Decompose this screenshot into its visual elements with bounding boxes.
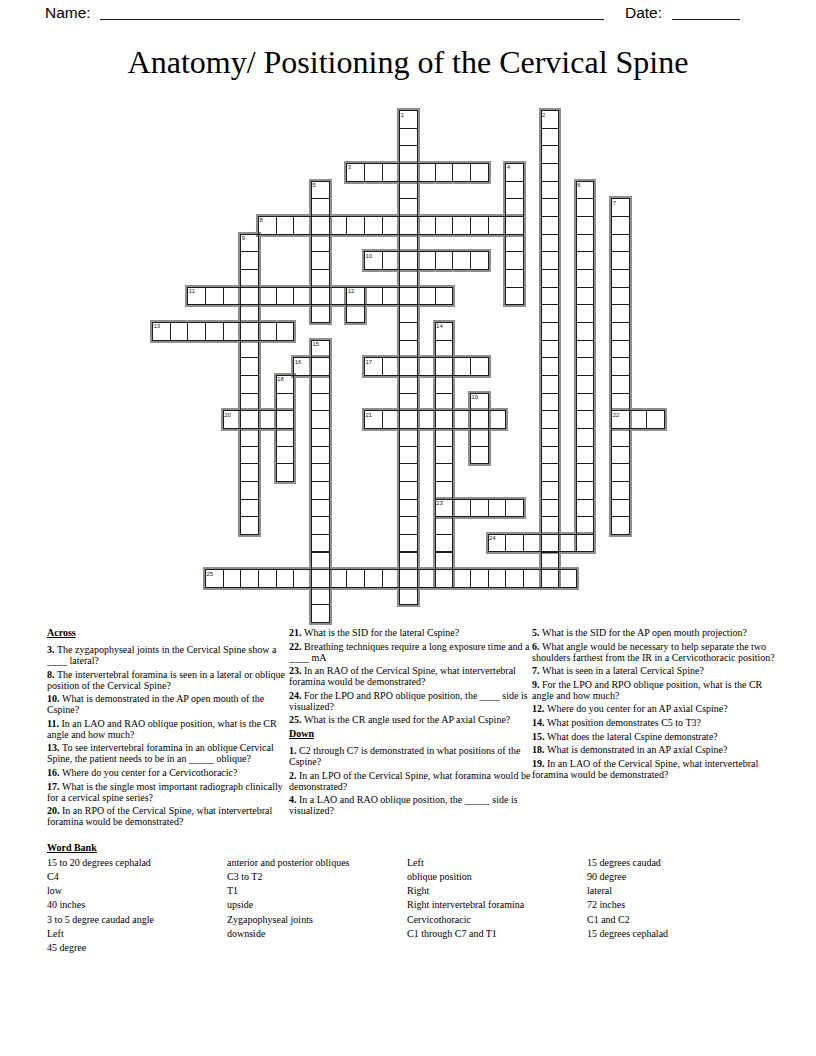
grid-cell-r26-c8[interactable]	[293, 569, 312, 588]
word-bank-item: 45 degree	[47, 942, 225, 956]
grid-cell-r10-c3[interactable]	[205, 287, 224, 306]
grid-cell-r9-c24[interactable]	[576, 269, 595, 288]
word-bank-item: low	[47, 885, 225, 899]
grid-cell-r17-c16[interactable]	[435, 410, 454, 429]
grid-cell-r3-c17[interactable]	[452, 163, 471, 182]
grid-cell-r8-c9[interactable]	[311, 251, 330, 270]
grid-cell-r19-c14[interactable]	[399, 446, 418, 465]
clue-number-3: 3	[348, 164, 351, 170]
grid-cell-r17-c24[interactable]	[576, 410, 595, 429]
clue-number-23: 23	[436, 500, 443, 506]
grid-cell-r8-c16[interactable]	[435, 251, 454, 270]
grid-cell-r20-c7[interactable]	[276, 463, 295, 482]
grid-cell-r10-c8[interactable]	[293, 287, 312, 306]
clue-across-11: 11. In an LAO and RAO oblique position, …	[47, 718, 285, 740]
grid-cell-r6-c8[interactable]	[293, 216, 312, 235]
clue-number-1: 1	[401, 112, 404, 118]
grid-cell-r14-c17[interactable]	[452, 357, 471, 376]
grid-cell-r26-c10[interactable]	[329, 569, 348, 588]
word-bank-item: downside	[227, 928, 405, 942]
grid-cell-r12-c22[interactable]	[541, 322, 560, 341]
grid-cell-r18-c9[interactable]	[311, 428, 330, 447]
clue-down-14: 14. What position demonstrates C5 to T3?	[532, 717, 784, 728]
grid-cell-r11-c9[interactable]	[311, 304, 330, 323]
word-bank-item: Right	[407, 885, 585, 899]
grid-cell-r26-c12[interactable]	[364, 569, 383, 588]
grid-cell-r22-c24[interactable]	[576, 499, 595, 518]
grid-cell-r26-c9[interactable]	[311, 569, 330, 588]
grid-cell-r14-c26[interactable]	[611, 357, 630, 376]
grid-cell-r17-c7[interactable]	[276, 410, 295, 429]
clue-number-8: 8	[259, 217, 262, 223]
grid-cell-r17-c9[interactable]	[311, 410, 330, 429]
clue-number-19: 19	[471, 394, 478, 400]
grid-cell-r15-c14[interactable]	[399, 375, 418, 394]
grid-cell-r19-c24[interactable]	[576, 446, 595, 465]
grid-cell-r27-c14[interactable]	[399, 587, 418, 606]
grid-cell-r14-c15[interactable]	[417, 357, 436, 376]
grid-cell-r14-c13[interactable]	[382, 357, 401, 376]
clue-down-1: 1. C2 through C7 is demonstrated in what…	[289, 745, 531, 767]
grid-cell-r23-c9[interactable]	[311, 516, 330, 535]
grid-cell-r2-c14[interactable]	[399, 145, 418, 164]
grid-cell-r20-c14[interactable]	[399, 463, 418, 482]
grid-cell-r22-c18[interactable]	[470, 499, 489, 518]
grid-cell-r9-c5[interactable]	[240, 269, 259, 288]
grid-cell-r11-c24[interactable]	[576, 304, 595, 323]
grid-cell-r12-c3[interactable]	[205, 322, 224, 341]
grid-cell-r9-c22[interactable]	[541, 269, 560, 288]
grid-cell-r9-c20[interactable]	[505, 269, 524, 288]
grid-cell-r22-c14[interactable]	[399, 499, 418, 518]
grid-cell-r22-c19[interactable]	[488, 499, 507, 518]
word-bank-item: Left	[407, 857, 585, 871]
date-blank-line[interactable]	[672, 6, 740, 20]
grid-cell-r20-c5[interactable]	[240, 463, 259, 482]
grid-cell-r17-c5[interactable]	[240, 410, 259, 429]
grid-cell-r10-c22[interactable]	[541, 287, 560, 306]
grid-cell-r8-c18[interactable]	[470, 251, 489, 270]
clue-across-20: 20. In an RPO of the Cervical Spine, wha…	[47, 805, 285, 827]
grid-cell-r26-c18[interactable]	[470, 569, 489, 588]
word-bank-item: 15 to 20 degrees cephalad	[47, 857, 225, 871]
grid-cell-r14-c16[interactable]	[435, 357, 454, 376]
grid-cell-r10-c24[interactable]	[576, 287, 595, 306]
grid-cell-r10-c20[interactable]	[505, 287, 524, 306]
clue-down-15: 15. What does the lateral Cspine demonst…	[532, 731, 784, 742]
grid-cell-r1-c14[interactable]	[399, 128, 418, 147]
word-bank-column-1: 15 to 20 degrees cephaladC4low40 inches3…	[47, 857, 225, 956]
grid-cell-r11-c22[interactable]	[541, 304, 560, 323]
grid-cell-r13-c22[interactable]	[541, 340, 560, 359]
grid-cell-r23-c26[interactable]	[611, 516, 630, 535]
grid-cell-r5-c9[interactable]	[311, 198, 330, 217]
grid-cell-r26-c19[interactable]	[488, 569, 507, 588]
grid-cell-r15-c22[interactable]	[541, 375, 560, 394]
grid-cell-r10-c5[interactable]	[240, 287, 259, 306]
grid-cell-r16-c16[interactable]	[435, 393, 454, 412]
clue-across-8: 8. The intervertebral foramina is seen i…	[47, 669, 285, 691]
grid-cell-r21-c14[interactable]	[399, 481, 418, 500]
grid-cell-r14-c24[interactable]	[576, 357, 595, 376]
word-bank-item: C1 and C2	[587, 914, 765, 928]
grid-cell-r8-c22[interactable]	[541, 251, 560, 270]
grid-cell-r10-c15[interactable]	[417, 287, 436, 306]
grid-cell-r14-c14[interactable]	[399, 357, 418, 376]
grid-cell-r24-c24[interactable]	[576, 534, 595, 553]
word-bank-item: Left	[47, 928, 225, 942]
clue-number-7: 7	[613, 200, 616, 206]
grid-cell-r17-c6[interactable]	[258, 410, 277, 429]
grid-cell-r15-c16[interactable]	[435, 375, 454, 394]
grid-cell-r6-c12[interactable]	[364, 216, 383, 235]
grid-cell-r16-c9[interactable]	[311, 393, 330, 412]
word-bank-item: 15 degrees caudad	[587, 857, 765, 871]
grid-cell-r16-c14[interactable]	[399, 393, 418, 412]
grid-cell-r17-c17[interactable]	[452, 410, 471, 429]
grid-cell-r21-c16[interactable]	[435, 481, 454, 500]
grid-cell-r18-c26[interactable]	[611, 428, 630, 447]
grid-cell-r22-c20[interactable]	[505, 499, 524, 518]
grid-cell-r16-c22[interactable]	[541, 393, 560, 412]
grid-cell-r10-c26[interactable]	[611, 287, 630, 306]
grid-cell-r26-c4[interactable]	[223, 569, 242, 588]
grid-cell-r24-c20[interactable]	[505, 534, 524, 553]
grid-cell-r8-c17[interactable]	[452, 251, 471, 270]
grid-cell-r17-c19[interactable]	[488, 410, 507, 429]
grid-cell-r8-c26[interactable]	[611, 251, 630, 270]
grid-cell-r10-c6[interactable]	[258, 287, 277, 306]
grid-cell-r10-c13[interactable]	[382, 287, 401, 306]
grid-cell-r12-c7[interactable]	[276, 322, 295, 341]
clue-number-2: 2	[542, 112, 545, 118]
grid-cell-r5-c20[interactable]	[505, 198, 524, 217]
grid-cell-r10-c7[interactable]	[276, 287, 295, 306]
grid-cell-r10-c9[interactable]	[311, 287, 330, 306]
grid-cell-r28-c9[interactable]	[311, 604, 330, 623]
clue-number-4: 4	[507, 164, 510, 170]
clue-across-21: 21. What is the SID for the lateral Cspi…	[289, 627, 531, 638]
grid-cell-r14-c5[interactable]	[240, 357, 259, 376]
grid-cell-r3-c16[interactable]	[435, 163, 454, 182]
grid-cell-r15-c9[interactable]	[311, 375, 330, 394]
grid-cell-r15-c26[interactable]	[611, 375, 630, 394]
grid-cell-r6-c16[interactable]	[435, 216, 454, 235]
grid-cell-r23-c5[interactable]	[240, 516, 259, 535]
grid-cell-r24-c22[interactable]	[541, 534, 560, 553]
grid-cell-r21-c9[interactable]	[311, 481, 330, 500]
grid-cell-r14-c9[interactable]	[311, 357, 330, 376]
clue-across-23: 23. In an RAO of the Cervical Spine, wha…	[289, 665, 531, 687]
grid-cell-r9-c14[interactable]	[399, 269, 418, 288]
grid-cell-r11-c14[interactable]	[399, 304, 418, 323]
clue-down-6: 6. What angle would be necessary to help…	[532, 641, 784, 663]
grid-cell-r3-c22[interactable]	[541, 163, 560, 182]
word-bank-column-3: Leftoblique positionRightRight intervert…	[407, 857, 585, 942]
grid-cell-r18-c7[interactable]	[276, 428, 295, 447]
grid-cell-r7-c26[interactable]	[611, 234, 630, 253]
grid-cell-r3-c18[interactable]	[470, 163, 489, 182]
grid-cell-r7-c24[interactable]	[576, 234, 595, 253]
grid-cell-r24-c16[interactable]	[435, 534, 454, 553]
clue-number-12: 12	[348, 288, 355, 294]
grid-cell-r25-c14[interactable]	[399, 552, 418, 571]
grid-cell-r24-c21[interactable]	[523, 534, 542, 553]
grid-cell-r9-c9[interactable]	[311, 269, 330, 288]
grid-cell-r16-c26[interactable]	[611, 393, 630, 412]
grid-cell-r17-c28[interactable]	[646, 410, 665, 429]
word-bank-item: 3 to 5 degree caudad angle	[47, 914, 225, 928]
grid-cell-r17-c15[interactable]	[417, 410, 436, 429]
grid-cell-r26-c16[interactable]	[435, 569, 454, 588]
grid-cell-r22-c9[interactable]	[311, 499, 330, 518]
word-bank-item: C1 through C7 and T1	[407, 928, 585, 942]
grid-cell-r17-c13[interactable]	[382, 410, 401, 429]
grid-cell-r10-c10[interactable]	[329, 287, 348, 306]
grid-cell-r6-c17[interactable]	[452, 216, 471, 235]
grid-cell-r11-c11[interactable]	[346, 304, 365, 323]
clue-down-4: 4. In a LAO and RAO oblique position, th…	[289, 794, 531, 816]
grid-cell-r6-c9[interactable]	[311, 216, 330, 235]
grid-cell-r12-c2[interactable]	[187, 322, 206, 341]
clue-number-5: 5	[312, 182, 315, 188]
grid-cell-r26-c13[interactable]	[382, 569, 401, 588]
grid-cell-r20-c16[interactable]	[435, 463, 454, 482]
grid-cell-r8-c14[interactable]	[399, 251, 418, 270]
grid-cell-r16-c24[interactable]	[576, 393, 595, 412]
grid-cell-r12-c1[interactable]	[170, 322, 189, 341]
grid-cell-r7-c14[interactable]	[399, 234, 418, 253]
word-bank-item: 40 inches	[47, 899, 225, 913]
grid-cell-r5-c24[interactable]	[576, 198, 595, 217]
clue-number-16: 16	[295, 359, 302, 365]
grid-cell-r12-c6[interactable]	[258, 322, 277, 341]
grid-cell-r23-c14[interactable]	[399, 516, 418, 535]
clues-column-down: 5. What is the SID for the AP open mouth…	[532, 627, 784, 782]
grid-cell-r3-c13[interactable]	[382, 163, 401, 182]
grid-cell-r20-c22[interactable]	[541, 463, 560, 482]
grid-cell-r6-c11[interactable]	[346, 216, 365, 235]
grid-cell-r18-c14[interactable]	[399, 428, 418, 447]
grid-cell-r19-c18[interactable]	[470, 446, 489, 465]
grid-cell-r6-c13[interactable]	[382, 216, 401, 235]
clue-down-5: 5. What is the SID for the AP open mouth…	[532, 627, 784, 638]
grid-cell-r21-c26[interactable]	[611, 481, 630, 500]
grid-cell-r18-c5[interactable]	[240, 428, 259, 447]
grid-cell-r21-c5[interactable]	[240, 481, 259, 500]
grid-cell-r22-c17[interactable]	[452, 499, 471, 518]
grid-cell-r8-c5[interactable]	[240, 251, 259, 270]
crossword-grid: 3810111316172021222324251245679121415181…	[152, 110, 668, 626]
grid-cell-r20-c24[interactable]	[576, 463, 595, 482]
grid-cell-r26-c14[interactable]	[399, 569, 418, 588]
clue-number-9: 9	[242, 235, 245, 241]
grid-cell-r4-c22[interactable]	[541, 181, 560, 200]
grid-cell-r7-c20[interactable]	[505, 234, 524, 253]
grid-cell-r6-c20[interactable]	[505, 216, 524, 235]
clue-number-10: 10	[365, 253, 372, 259]
grid-cell-r6-c15[interactable]	[417, 216, 436, 235]
clues-column-across: Across 3. The zygapophyseal joints in th…	[47, 627, 285, 830]
word-bank-item: 72 inches	[587, 899, 765, 913]
clue-across-24: 24. For the LPO and RPO oblique position…	[289, 690, 531, 712]
name-label: Name:	[45, 4, 91, 22]
grid-cell-r17-c14[interactable]	[399, 410, 418, 429]
grid-cell-r15-c5[interactable]	[240, 375, 259, 394]
grid-cell-r27-c9[interactable]	[311, 587, 330, 606]
grid-cell-r4-c20[interactable]	[505, 181, 524, 200]
grid-cell-r26-c7[interactable]	[276, 569, 295, 588]
grid-cell-r26-c20[interactable]	[505, 569, 524, 588]
grid-cell-r17-c27[interactable]	[629, 410, 648, 429]
grid-cell-r1-c22[interactable]	[541, 128, 560, 147]
grid-cell-r23-c24[interactable]	[576, 516, 595, 535]
grid-cell-r18-c22[interactable]	[541, 428, 560, 447]
name-blank-line[interactable]	[100, 6, 604, 20]
grid-cell-r6-c26[interactable]	[611, 216, 630, 235]
grid-cell-r12-c24[interactable]	[576, 322, 595, 341]
grid-cell-r19-c7[interactable]	[276, 446, 295, 465]
word-bank-item: C4	[47, 871, 225, 885]
grid-cell-r5-c22[interactable]	[541, 198, 560, 217]
grid-cell-r26-c11[interactable]	[346, 569, 365, 588]
grid-cell-r7-c9[interactable]	[311, 234, 330, 253]
grid-cell-r26-c6[interactable]	[258, 569, 277, 588]
grid-cell-r22-c26[interactable]	[611, 499, 630, 518]
grid-cell-r6-c24[interactable]	[576, 216, 595, 235]
grid-cell-r25-c16[interactable]	[435, 552, 454, 571]
grid-cell-r13-c24[interactable]	[576, 340, 595, 359]
grid-cell-r26-c22[interactable]	[541, 569, 560, 588]
grid-cell-r24-c23[interactable]	[558, 534, 577, 553]
grid-cell-r19-c9[interactable]	[311, 446, 330, 465]
grid-cell-r6-c7[interactable]	[276, 216, 295, 235]
clue-number-17: 17	[365, 359, 372, 365]
grid-cell-r6-c18[interactable]	[470, 216, 489, 235]
grid-cell-r13-c26[interactable]	[611, 340, 630, 359]
grid-cell-r6-c14[interactable]	[399, 216, 418, 235]
grid-cell-r20-c9[interactable]	[311, 463, 330, 482]
grid-cell-r26-c23[interactable]	[558, 569, 577, 588]
grid-cell-r5-c14[interactable]	[399, 198, 418, 217]
grid-cell-r14-c22[interactable]	[541, 357, 560, 376]
grid-cell-r25-c9[interactable]	[311, 552, 330, 571]
word-bank-item: 90 degree	[587, 871, 765, 885]
clue-number-24: 24	[489, 535, 496, 541]
grid-cell-r3-c15[interactable]	[417, 163, 436, 182]
word-bank-item: T1	[227, 885, 405, 899]
grid-cell-r2-c22[interactable]	[541, 145, 560, 164]
grid-cell-r18-c16[interactable]	[435, 428, 454, 447]
clue-number-22: 22	[613, 412, 620, 418]
grid-cell-r10-c14[interactable]	[399, 287, 418, 306]
grid-cell-r26-c21[interactable]	[523, 569, 542, 588]
grid-cell-r13-c16[interactable]	[435, 340, 454, 359]
grid-cell-r23-c16[interactable]	[435, 516, 454, 535]
grid-cell-r6-c22[interactable]	[541, 216, 560, 235]
word-bank-item: C3 to T2	[227, 871, 405, 885]
grid-cell-r6-c10[interactable]	[329, 216, 348, 235]
grid-cell-r26-c17[interactable]	[452, 569, 471, 588]
page-title: Anatomy/ Positioning of the Cervical Spi…	[0, 44, 816, 81]
clue-down-2: 2. In an LPO of the Cervical Spine, what…	[289, 770, 531, 792]
grid-cell-r12-c5[interactable]	[240, 322, 259, 341]
grid-cell-r19-c22[interactable]	[541, 446, 560, 465]
grid-cell-r15-c24[interactable]	[576, 375, 595, 394]
clue-number-21: 21	[365, 412, 372, 418]
grid-cell-r10-c4[interactable]	[223, 287, 242, 306]
grid-cell-r8-c13[interactable]	[382, 251, 401, 270]
grid-cell-r11-c26[interactable]	[611, 304, 630, 323]
clue-number-11: 11	[189, 288, 195, 294]
grid-cell-r8-c24[interactable]	[576, 251, 595, 270]
grid-cell-r18-c24[interactable]	[576, 428, 595, 447]
grid-cell-r9-c26[interactable]	[611, 269, 630, 288]
clue-across-13: 13. To see intervertebral foramina in an…	[47, 742, 285, 764]
grid-cell-r3-c14[interactable]	[399, 163, 418, 182]
grid-cell-r12-c14[interactable]	[399, 322, 418, 341]
grid-cell-r7-c22[interactable]	[541, 234, 560, 253]
grid-cell-r26-c15[interactable]	[417, 569, 436, 588]
grid-cell-r13-c5[interactable]	[240, 340, 259, 359]
grid-cell-r23-c22[interactable]	[541, 516, 560, 535]
grid-cell-r6-c19[interactable]	[488, 216, 507, 235]
grid-cell-r17-c22[interactable]	[541, 410, 560, 429]
word-bank-column-2: anterior and posterior obliquesC3 to T2T…	[227, 857, 405, 942]
grid-cell-r8-c20[interactable]	[505, 251, 524, 270]
grid-cell-r10-c16[interactable]	[435, 287, 454, 306]
grid-cell-r18-c18[interactable]	[470, 428, 489, 447]
grid-cell-r19-c16[interactable]	[435, 446, 454, 465]
crossword-worksheet-page: Name: Date: Anatomy/ Positioning of the …	[0, 0, 816, 1056]
word-bank-column-4: 15 degrees caudad90 degreelateral72 inch…	[587, 857, 765, 942]
grid-cell-r4-c14[interactable]	[399, 181, 418, 200]
grid-cell-r24-c14[interactable]	[399, 534, 418, 553]
clue-across-3: 3. The zygapophyseal joints in the Cervi…	[47, 644, 285, 666]
grid-cell-r11-c5[interactable]	[240, 304, 259, 323]
clue-across-17: 17. What is the single most important ra…	[47, 781, 285, 803]
grid-cell-r16-c7[interactable]	[276, 393, 295, 412]
grid-cell-r26-c5[interactable]	[240, 569, 259, 588]
clues-column-middle: 21. What is the SID for the lateral Cspi…	[289, 627, 531, 819]
word-bank-item: Cervicothoracic	[407, 914, 585, 928]
grid-cell-r22-c5[interactable]	[240, 499, 259, 518]
grid-cell-r21-c24[interactable]	[576, 481, 595, 500]
grid-cell-r12-c26[interactable]	[611, 322, 630, 341]
grid-cell-r21-c22[interactable]	[541, 481, 560, 500]
grid-cell-r14-c18[interactable]	[470, 357, 489, 376]
grid-cell-r25-c22[interactable]	[541, 552, 560, 571]
grid-cell-r16-c5[interactable]	[240, 393, 259, 412]
clue-across-16: 16. Where do you center for a Cervicotho…	[47, 767, 285, 778]
grid-cell-r3-c12[interactable]	[364, 163, 383, 182]
grid-cell-r20-c26[interactable]	[611, 463, 630, 482]
grid-cell-r8-c15[interactable]	[417, 251, 436, 270]
grid-cell-r19-c26[interactable]	[611, 446, 630, 465]
grid-cell-r22-c22[interactable]	[541, 499, 560, 518]
word-bank-item: anterior and posterior obliques	[227, 857, 405, 871]
grid-cell-r24-c9[interactable]	[311, 534, 330, 553]
clue-down-19: 19. In an LAO of the Cervical Spine, wha…	[532, 758, 784, 780]
grid-cell-r13-c14[interactable]	[399, 340, 418, 359]
word-bank-heading: Word Bank	[47, 842, 97, 853]
grid-cell-r12-c4[interactable]	[223, 322, 242, 341]
grid-cell-r17-c18[interactable]	[470, 410, 489, 429]
grid-cell-r10-c12[interactable]	[364, 287, 383, 306]
clue-across-25: 25. What is the CR angle used for the AP…	[289, 714, 531, 725]
word-bank-item: 15 degrees cephalad	[587, 928, 765, 942]
grid-cell-r19-c5[interactable]	[240, 446, 259, 465]
